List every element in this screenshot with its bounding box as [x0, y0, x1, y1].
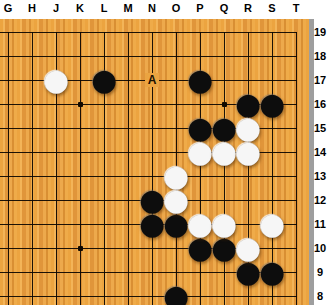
black-stone-glyph: ● — [163, 284, 189, 305]
black-stone-glyph: ● — [91, 68, 117, 92]
white-stone-glyph: ● — [211, 212, 237, 236]
column-label-G: G — [0, 0, 20, 17]
white-stone-glyph: ● — [187, 140, 213, 164]
row-label-16: 16 — [310, 96, 330, 112]
black-stone-N11[interactable]: ● — [140, 212, 164, 236]
white-stone-glyph: ● — [43, 68, 69, 92]
black-stone-glyph: ● — [187, 68, 213, 92]
white-stone-glyph: ● — [235, 236, 261, 260]
white-stone-glyph: ● — [259, 212, 285, 236]
white-stone-Q14[interactable]: ● — [212, 140, 236, 164]
column-label-O: O — [164, 0, 188, 17]
white-stone-glyph: ● — [235, 140, 261, 164]
row-label-19: 19 — [310, 24, 330, 40]
black-stone-S16[interactable]: ● — [260, 92, 284, 116]
column-label-Q: Q — [212, 0, 236, 17]
row-label-12: 12 — [310, 192, 330, 208]
column-label-T: T — [284, 0, 308, 17]
black-stone-O8[interactable]: ● — [164, 284, 188, 305]
black-stone-S9[interactable]: ● — [260, 260, 284, 284]
star-point-K10 — [68, 236, 92, 260]
black-stone-glyph: ● — [259, 260, 285, 284]
column-label-R: R — [236, 0, 260, 17]
column-label-S: S — [260, 0, 284, 17]
white-stone-P11[interactable]: ● — [188, 212, 212, 236]
row-label-18: 18 — [310, 48, 330, 64]
row-label-17: 17 — [310, 72, 330, 88]
white-stone-Q11[interactable]: ● — [212, 212, 236, 236]
row-label-11: 11 — [310, 216, 330, 232]
white-stone-O12[interactable]: ● — [164, 188, 188, 212]
row-label-8: 8 — [310, 288, 330, 304]
row-label-15: 15 — [310, 120, 330, 136]
column-label-L: L — [92, 0, 116, 17]
point-marker-label: A — [145, 73, 160, 87]
star-point-dot — [222, 102, 227, 107]
white-stone-S11[interactable]: ● — [260, 212, 284, 236]
white-stone-glyph: ● — [163, 188, 189, 212]
white-stone-glyph: ● — [187, 212, 213, 236]
row-label-14: 14 — [310, 144, 330, 160]
row-label-9: 9 — [310, 264, 330, 280]
column-label-H: H — [20, 0, 44, 17]
row-label-10: 10 — [310, 240, 330, 256]
point-marker-N17[interactable]: A — [140, 68, 164, 92]
white-stone-glyph: ● — [211, 140, 237, 164]
column-label-K: K — [68, 0, 92, 17]
black-stone-L17[interactable]: ● — [92, 68, 116, 92]
go-board-grid[interactable]: ●●●●●●●●●●●●●●●●●●●●●●●●●A — [0, 20, 308, 305]
star-point-K16 — [68, 92, 92, 116]
white-stone-J17[interactable]: ● — [44, 68, 68, 92]
column-label-N: N — [140, 0, 164, 17]
black-stone-P17[interactable]: ● — [188, 68, 212, 92]
row-label-13: 13 — [310, 168, 330, 184]
white-stone-R10[interactable]: ● — [236, 236, 260, 260]
black-stone-glyph: ● — [259, 92, 285, 116]
column-label-P: P — [188, 0, 212, 17]
white-stone-P14[interactable]: ● — [188, 140, 212, 164]
column-label-M: M — [116, 0, 140, 17]
column-label-J: J — [44, 0, 68, 17]
star-point-dot — [78, 246, 83, 251]
black-stone-glyph: ● — [139, 212, 165, 236]
white-stone-R14[interactable]: ● — [236, 140, 260, 164]
go-board-viewport: GHJKLMNOPQRST ●●●●●●●●●●●●●●●●●●●●●●●●●A… — [0, 0, 332, 305]
star-point-dot — [78, 102, 83, 107]
